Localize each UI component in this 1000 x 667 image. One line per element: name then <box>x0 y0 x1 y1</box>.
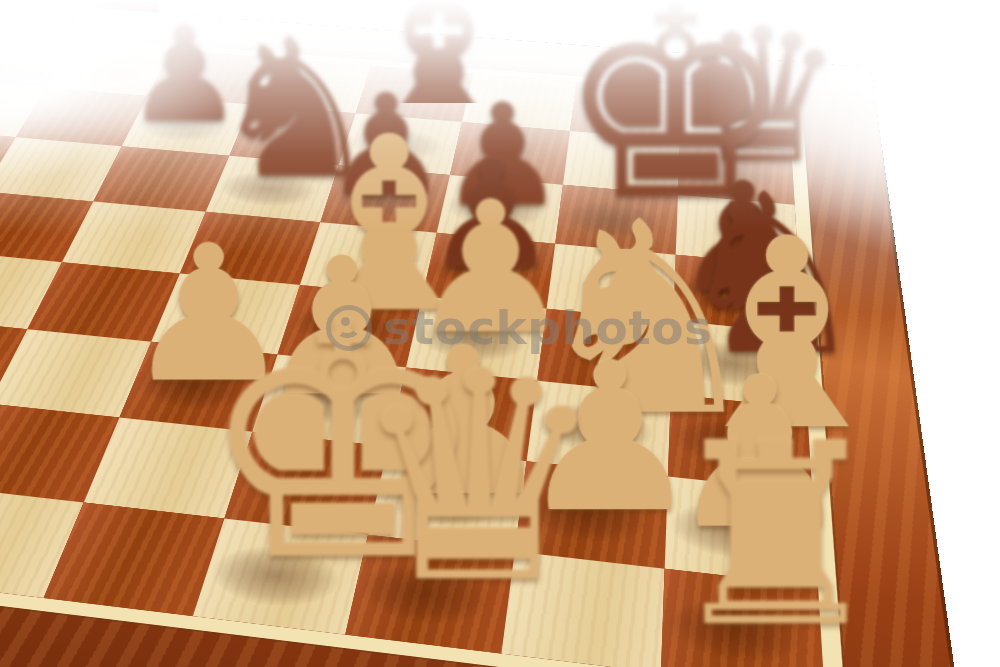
board-frame: ♜♟♟♝♛♞♟♟♚♟♟♝♟♞♟♟♞♝♟♟♟♟♞♚♛♜ <box>0 0 974 667</box>
king-glyph: ♚ <box>198 281 351 605</box>
board-border-strip: ♜♟♟♝♛♞♟♟♚♟♟♝♟♞♟♟♞♝♟♟♟♟♞♚♛♜ <box>0 28 846 667</box>
board-grid: ♜♟♟♝♛♞♟♟♚♟♟♝♟♞♟♟♞♝♟♟♟♟♞♚♛♜ <box>0 34 824 667</box>
chess-board: ♜♟♟♝♛♞♟♟♚♟♟♝♟♞♟♟♞♝♟♟♟♟♞♚♛♜ <box>0 0 974 667</box>
piece-white-queen[interactable]: ♛ <box>345 535 514 654</box>
queen-glyph: ♛ <box>349 333 504 623</box>
pawn-glyph: ♟ <box>0 0 24 123</box>
rook-glyph: ♜ <box>663 410 822 661</box>
photo-scene: ♜♟♟♝♛♞♟♟♚♟♟♝♟♞♟♟♞♝♟♟♟♟♞♚♛♜ stockphotos <box>0 0 1000 667</box>
piece-white-rook[interactable]: ♜ <box>661 569 824 667</box>
